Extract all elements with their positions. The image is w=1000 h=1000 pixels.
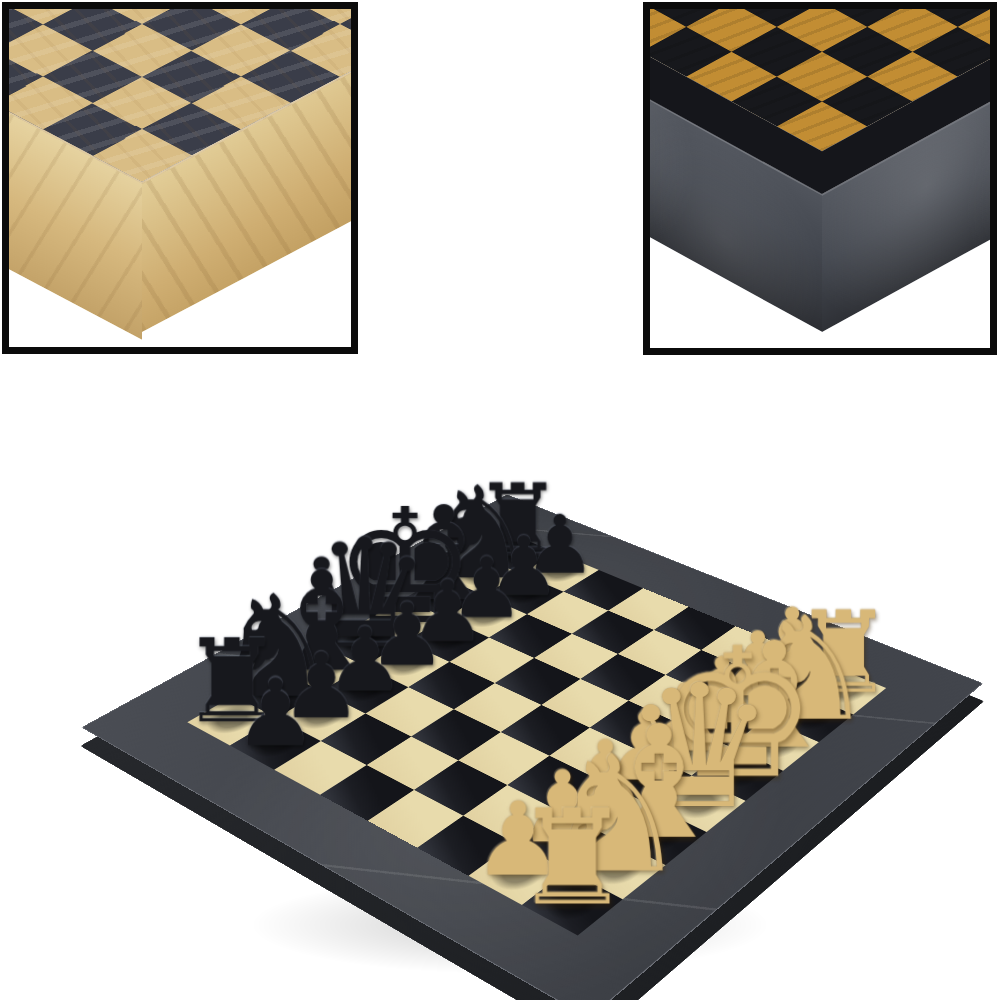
chess-scene: ♜♞♝♛♚♝♞♜♟♟♟♟♟♟♟♟♟♟♟♟♟♟♟♟♜♞♝♛♚♝♞♜	[0, 0, 1000, 1000]
product-photo: ♜♞♝♛♚♝♞♜♟♟♟♟♟♟♟♟♟♟♟♟♟♟♟♟♜♞♝♛♚♝♞♜	[0, 0, 1000, 1000]
